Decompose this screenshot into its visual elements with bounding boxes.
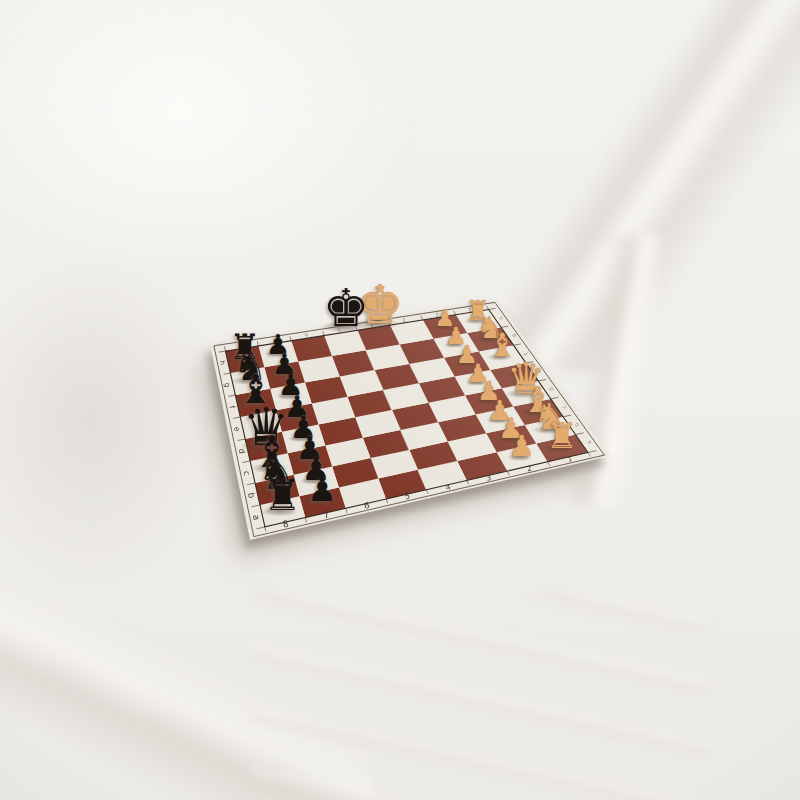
piece-black-pawn-a7: ♟ [307, 474, 337, 507]
piece-black-rook-a8: ♜ [263, 475, 301, 518]
piece-white-rook-a1: ♜ [546, 418, 577, 453]
piece-white-pawn-a2: ♟ [509, 432, 535, 461]
pieces-layer: ♜♞♝♛♝♞♜♟♟♟♟♟♟♟♟♟♟♟♟♟♟♟♟♜♞♝♛♝♞♜♚♚ [0, 0, 800, 800]
piece-black-king-offboard: ♚ [323, 282, 370, 334]
chess-set-photo: aabbccddeeffgghh1122334455667788 ♜♞♝♛♝♞♜… [0, 0, 800, 800]
